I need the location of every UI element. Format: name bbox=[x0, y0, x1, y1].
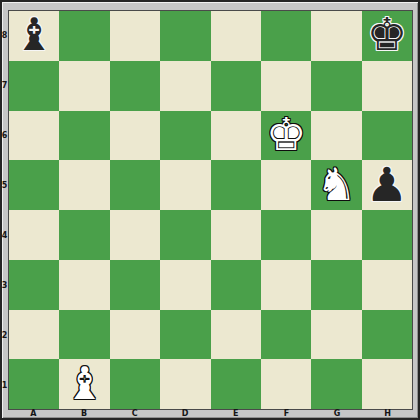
rank-label-7: 7 bbox=[1, 60, 8, 110]
square-d3[interactable] bbox=[160, 260, 210, 310]
square-g3[interactable] bbox=[311, 260, 361, 310]
square-g7[interactable] bbox=[311, 61, 361, 111]
square-c8[interactable] bbox=[110, 11, 160, 61]
rank-label-3: 3 bbox=[1, 260, 8, 310]
square-c6[interactable] bbox=[110, 111, 160, 161]
square-b2[interactable] bbox=[59, 310, 109, 360]
square-h7[interactable] bbox=[362, 61, 412, 111]
square-g5[interactable]: ♞ bbox=[311, 160, 361, 210]
square-b7[interactable] bbox=[59, 61, 109, 111]
square-e8[interactable] bbox=[211, 11, 261, 61]
square-a4[interactable] bbox=[9, 210, 59, 260]
square-g6[interactable] bbox=[311, 111, 361, 161]
rank-label-2: 2 bbox=[1, 310, 8, 360]
square-e2[interactable] bbox=[211, 310, 261, 360]
rank-label-8: 8 bbox=[1, 10, 8, 60]
white-knight[interactable]: ♞ bbox=[316, 162, 356, 207]
file-label-e: E bbox=[211, 409, 262, 418]
rank-label-1: 1 bbox=[1, 360, 8, 410]
square-f5[interactable] bbox=[261, 160, 311, 210]
square-g2[interactable] bbox=[311, 310, 361, 360]
square-a7[interactable] bbox=[9, 61, 59, 111]
square-h2[interactable] bbox=[362, 310, 412, 360]
rank-label-4: 4 bbox=[1, 210, 8, 260]
square-c7[interactable] bbox=[110, 61, 160, 111]
file-label-a: A bbox=[8, 409, 59, 418]
rank-label-6: 6 bbox=[1, 110, 8, 160]
square-g1[interactable] bbox=[311, 359, 361, 409]
square-h1[interactable] bbox=[362, 359, 412, 409]
black-king[interactable]: ♚ bbox=[367, 12, 407, 57]
square-e1[interactable] bbox=[211, 359, 261, 409]
square-g4[interactable] bbox=[311, 210, 361, 260]
square-f6[interactable]: ♚ bbox=[261, 111, 311, 161]
file-labels: ABCDEFGH bbox=[8, 409, 413, 418]
square-b4[interactable] bbox=[59, 210, 109, 260]
square-c5[interactable] bbox=[110, 160, 160, 210]
file-label-h: H bbox=[362, 409, 413, 418]
square-e3[interactable] bbox=[211, 260, 261, 310]
square-f7[interactable] bbox=[261, 61, 311, 111]
square-b5[interactable] bbox=[59, 160, 109, 210]
file-label-g: G bbox=[312, 409, 363, 418]
square-h4[interactable] bbox=[362, 210, 412, 260]
white-bishop[interactable]: ♝ bbox=[64, 361, 104, 406]
square-f4[interactable] bbox=[261, 210, 311, 260]
square-c1[interactable] bbox=[110, 359, 160, 409]
square-h8[interactable]: ♚ bbox=[362, 11, 412, 61]
rank-labels: 87654321 bbox=[1, 10, 8, 410]
square-e4[interactable] bbox=[211, 210, 261, 260]
square-e5[interactable] bbox=[211, 160, 261, 210]
file-label-d: D bbox=[160, 409, 211, 418]
square-f2[interactable] bbox=[261, 310, 311, 360]
chess-board: ♝♚♚♞♟♝ bbox=[8, 10, 413, 410]
file-label-f: F bbox=[261, 409, 312, 418]
black-pawn[interactable]: ♟ bbox=[366, 161, 408, 208]
square-d4[interactable] bbox=[160, 210, 210, 260]
file-label-c: C bbox=[109, 409, 160, 418]
square-a3[interactable] bbox=[9, 260, 59, 310]
square-e7[interactable] bbox=[211, 61, 261, 111]
square-a6[interactable] bbox=[9, 111, 59, 161]
square-b6[interactable] bbox=[59, 111, 109, 161]
square-a5[interactable] bbox=[9, 160, 59, 210]
square-c2[interactable] bbox=[110, 310, 160, 360]
rank-label-5: 5 bbox=[1, 160, 8, 210]
square-f8[interactable] bbox=[261, 11, 311, 61]
square-h6[interactable] bbox=[362, 111, 412, 161]
square-d7[interactable] bbox=[160, 61, 210, 111]
square-h5[interactable]: ♟ bbox=[362, 160, 412, 210]
square-f3[interactable] bbox=[261, 260, 311, 310]
square-g8[interactable] bbox=[311, 11, 361, 61]
square-c4[interactable] bbox=[110, 210, 160, 260]
square-b8[interactable] bbox=[59, 11, 109, 61]
square-d8[interactable] bbox=[160, 11, 210, 61]
black-bishop[interactable]: ♝ bbox=[14, 12, 54, 57]
square-d5[interactable] bbox=[160, 160, 210, 210]
square-h3[interactable] bbox=[362, 260, 412, 310]
square-d6[interactable] bbox=[160, 111, 210, 161]
square-a2[interactable] bbox=[9, 310, 59, 360]
square-a8[interactable]: ♝ bbox=[9, 11, 59, 61]
square-f1[interactable] bbox=[261, 359, 311, 409]
square-d2[interactable] bbox=[160, 310, 210, 360]
file-label-b: B bbox=[59, 409, 110, 418]
square-e6[interactable] bbox=[211, 111, 261, 161]
chess-board-diagram: ♝♚♚♞♟♝ 87654321 ABCDEFGH bbox=[0, 0, 420, 420]
square-b1[interactable]: ♝ bbox=[59, 359, 109, 409]
square-a1[interactable] bbox=[9, 359, 59, 409]
square-b3[interactable] bbox=[59, 260, 109, 310]
square-d1[interactable] bbox=[160, 359, 210, 409]
white-king[interactable]: ♚ bbox=[266, 112, 306, 157]
square-c3[interactable] bbox=[110, 260, 160, 310]
